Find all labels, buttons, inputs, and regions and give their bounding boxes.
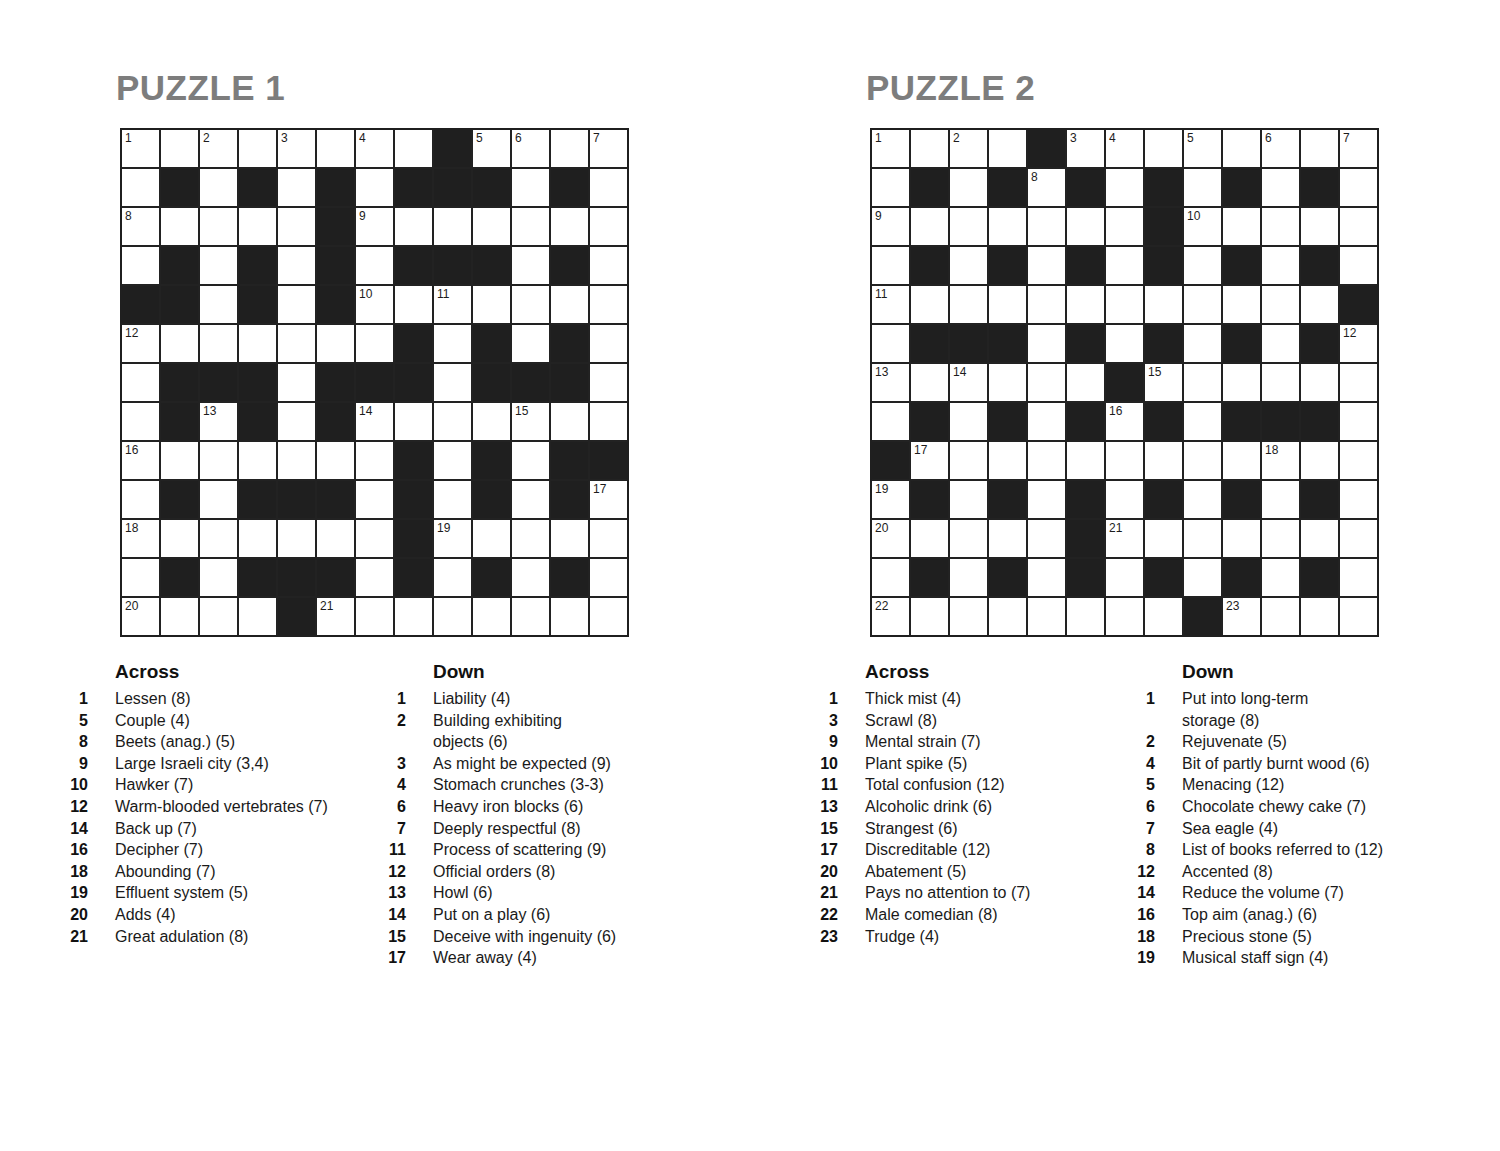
white-cell[interactable] [590, 247, 627, 284]
white-cell[interactable] [1028, 559, 1065, 596]
white-cell[interactable] [1184, 520, 1221, 557]
white-cell[interactable] [1223, 130, 1260, 167]
white-cell[interactable] [590, 403, 627, 440]
white-cell[interactable]: 18 [122, 520, 159, 557]
clue-number: 4 [372, 774, 406, 796]
white-cell[interactable] [122, 364, 159, 401]
white-cell[interactable]: 15 [512, 403, 549, 440]
white-cell[interactable]: 8 [1028, 169, 1065, 206]
white-cell[interactable] [989, 286, 1026, 323]
white-cell[interactable] [161, 520, 198, 557]
white-cell[interactable]: 2 [200, 130, 237, 167]
white-cell[interactable] [395, 130, 432, 167]
white-cell[interactable] [872, 403, 909, 440]
white-cell[interactable] [1262, 364, 1299, 401]
white-cell[interactable] [551, 208, 588, 245]
white-cell[interactable] [473, 208, 510, 245]
white-cell[interactable] [434, 481, 471, 518]
white-cell[interactable] [1340, 208, 1377, 245]
white-cell[interactable] [434, 325, 471, 362]
white-cell[interactable] [512, 208, 549, 245]
white-cell[interactable] [1028, 481, 1065, 518]
white-cell[interactable] [434, 442, 471, 479]
cell-number: 3 [1070, 131, 1077, 145]
clue-number: 1 [804, 688, 838, 710]
cell-number: 11 [875, 287, 887, 301]
white-cell[interactable] [950, 403, 987, 440]
white-cell[interactable] [1262, 247, 1299, 284]
white-cell[interactable] [161, 208, 198, 245]
white-cell[interactable] [989, 520, 1026, 557]
white-cell[interactable]: 16 [1106, 403, 1143, 440]
white-cell[interactable]: 6 [512, 130, 549, 167]
white-cell[interactable] [239, 442, 276, 479]
white-cell[interactable]: 6 [1262, 130, 1299, 167]
puzzle-1-across-list: Across 1Lessen (8)5Couple (4)8Beets (ana… [54, 661, 394, 947]
white-cell[interactable] [551, 598, 588, 635]
white-cell[interactable]: 4 [1106, 130, 1143, 167]
white-cell[interactable] [1184, 364, 1221, 401]
white-cell[interactable] [473, 520, 510, 557]
white-cell[interactable] [356, 325, 393, 362]
clue-row: 9Mental strain (7) [804, 731, 1144, 753]
white-cell[interactable] [1184, 247, 1221, 284]
white-cell[interactable] [356, 247, 393, 284]
white-cell[interactable] [122, 169, 159, 206]
white-cell[interactable] [200, 247, 237, 284]
white-cell[interactable] [161, 130, 198, 167]
white-cell[interactable] [872, 559, 909, 596]
white-cell[interactable] [473, 598, 510, 635]
white-cell[interactable] [473, 403, 510, 440]
white-cell[interactable]: 7 [1340, 130, 1377, 167]
white-cell[interactable] [1184, 169, 1221, 206]
white-cell[interactable] [1106, 286, 1143, 323]
white-cell[interactable] [1184, 481, 1221, 518]
white-cell[interactable] [278, 403, 315, 440]
white-cell[interactable] [989, 598, 1026, 635]
white-cell[interactable] [395, 208, 432, 245]
white-cell[interactable]: 21 [1106, 520, 1143, 557]
white-cell[interactable] [950, 286, 987, 323]
black-cell [1340, 286, 1377, 323]
white-cell[interactable] [1106, 559, 1143, 596]
white-cell[interactable] [1262, 559, 1299, 596]
white-cell[interactable] [590, 364, 627, 401]
white-cell[interactable] [200, 286, 237, 323]
white-cell[interactable] [1106, 208, 1143, 245]
white-cell[interactable] [551, 130, 588, 167]
black-cell [989, 247, 1026, 284]
white-cell[interactable]: 11 [872, 286, 909, 323]
white-cell[interactable] [551, 403, 588, 440]
white-cell[interactable] [950, 598, 987, 635]
white-cell[interactable] [911, 208, 948, 245]
white-cell[interactable] [551, 520, 588, 557]
white-cell[interactable] [1223, 208, 1260, 245]
white-cell[interactable]: 13 [872, 364, 909, 401]
white-cell[interactable] [395, 403, 432, 440]
white-cell[interactable] [1067, 208, 1104, 245]
white-cell[interactable] [1028, 598, 1065, 635]
white-cell[interactable] [356, 169, 393, 206]
clue-number: 19 [54, 882, 88, 904]
white-cell[interactable]: 13 [200, 403, 237, 440]
white-cell[interactable] [200, 325, 237, 362]
white-cell[interactable] [911, 520, 948, 557]
white-cell[interactable]: 12 [1340, 325, 1377, 362]
white-cell[interactable] [434, 403, 471, 440]
clue-number: 3 [372, 753, 406, 775]
clue-number: 1 [372, 688, 406, 710]
white-cell[interactable] [512, 598, 549, 635]
clue-text: Wear away (4) [433, 947, 537, 969]
white-cell[interactable] [434, 559, 471, 596]
cell-number: 4 [1109, 131, 1116, 145]
white-cell[interactable] [356, 520, 393, 557]
white-cell[interactable] [1067, 286, 1104, 323]
clue-text: Back up (7) [115, 818, 197, 840]
white-cell[interactable] [1106, 598, 1143, 635]
clue-number: 9 [54, 753, 88, 775]
white-cell[interactable] [278, 286, 315, 323]
white-cell[interactable]: 20 [122, 598, 159, 635]
white-cell[interactable]: 9 [356, 208, 393, 245]
white-cell[interactable] [950, 520, 987, 557]
white-cell[interactable]: 19 [434, 520, 471, 557]
white-cell[interactable] [512, 442, 549, 479]
white-cell[interactable] [356, 598, 393, 635]
white-cell[interactable] [1106, 481, 1143, 518]
white-cell[interactable] [239, 598, 276, 635]
white-cell[interactable] [122, 481, 159, 518]
white-cell[interactable] [1262, 325, 1299, 362]
white-cell[interactable]: 14 [356, 403, 393, 440]
clue-text: Abatement (5) [865, 861, 966, 883]
white-cell[interactable] [239, 325, 276, 362]
white-cell[interactable] [200, 520, 237, 557]
white-cell[interactable] [161, 442, 198, 479]
white-cell[interactable]: 19 [872, 481, 909, 518]
white-cell[interactable] [278, 208, 315, 245]
white-cell[interactable] [1145, 130, 1182, 167]
white-cell[interactable] [1184, 559, 1221, 596]
clue-text: Lessen (8) [115, 688, 191, 710]
white-cell[interactable]: 12 [122, 325, 159, 362]
clue-row: 16Top aim (anag.) (6) [1121, 904, 1461, 926]
white-cell[interactable] [1106, 247, 1143, 284]
white-cell[interactable] [590, 208, 627, 245]
white-cell[interactable] [950, 559, 987, 596]
clue-row: 13Alcoholic drink (6) [804, 796, 1144, 818]
white-cell[interactable] [950, 247, 987, 284]
white-cell[interactable] [1223, 442, 1260, 479]
clue-text: Process of scattering (9) [433, 839, 606, 861]
white-cell[interactable] [1301, 208, 1338, 245]
black-cell [911, 247, 948, 284]
white-cell[interactable] [1145, 442, 1182, 479]
white-cell[interactable] [200, 208, 237, 245]
white-cell[interactable]: 1 [122, 130, 159, 167]
white-cell[interactable] [911, 130, 948, 167]
white-cell[interactable]: 2 [950, 130, 987, 167]
white-cell[interactable] [911, 364, 948, 401]
white-cell[interactable] [1106, 442, 1143, 479]
clue-row: 8Beets (anag.) (5) [54, 731, 394, 753]
white-cell[interactable] [1262, 286, 1299, 323]
white-cell[interactable]: 11 [434, 286, 471, 323]
white-cell[interactable] [1301, 286, 1338, 323]
white-cell[interactable] [1028, 325, 1065, 362]
white-cell[interactable] [1262, 520, 1299, 557]
white-cell[interactable]: 10 [356, 286, 393, 323]
white-cell[interactable] [590, 598, 627, 635]
white-cell[interactable] [1145, 286, 1182, 323]
white-cell[interactable] [1145, 598, 1182, 635]
white-cell[interactable] [950, 169, 987, 206]
black-cell [434, 247, 471, 284]
clue-number: 20 [54, 904, 88, 926]
white-cell[interactable] [434, 208, 471, 245]
clue-row: 8List of books referred to (12) [1121, 839, 1461, 861]
white-cell[interactable] [512, 247, 549, 284]
white-cell[interactable] [1067, 442, 1104, 479]
white-cell[interactable] [1028, 286, 1065, 323]
white-cell[interactable] [1067, 364, 1104, 401]
white-cell[interactable] [1301, 520, 1338, 557]
white-cell[interactable] [1301, 598, 1338, 635]
white-cell[interactable] [1262, 208, 1299, 245]
white-cell[interactable] [1223, 286, 1260, 323]
white-cell[interactable] [512, 325, 549, 362]
white-cell[interactable]: 15 [1145, 364, 1182, 401]
white-cell[interactable] [278, 247, 315, 284]
white-cell[interactable] [1184, 286, 1221, 323]
white-cell[interactable] [1301, 130, 1338, 167]
white-cell[interactable]: 18 [1262, 442, 1299, 479]
cell-number: 1 [125, 131, 132, 145]
clue-text: Total confusion (12) [865, 774, 1005, 796]
white-cell[interactable] [1106, 169, 1143, 206]
white-cell[interactable] [1340, 169, 1377, 206]
clue-rows: 1Put into long-termstorage (8)2Rejuvenat… [1121, 688, 1461, 969]
white-cell[interactable] [872, 325, 909, 362]
white-cell[interactable] [278, 364, 315, 401]
cell-number: 14 [359, 404, 372, 418]
white-cell[interactable]: 9 [872, 208, 909, 245]
white-cell[interactable]: 17 [911, 442, 948, 479]
clue-number: 6 [372, 796, 406, 818]
clue-row: 15Strangest (6) [804, 818, 1144, 840]
white-cell[interactable] [200, 559, 237, 596]
white-cell[interactable] [1223, 364, 1260, 401]
white-cell[interactable]: 17 [590, 481, 627, 518]
white-cell[interactable] [200, 598, 237, 635]
white-cell[interactable] [1028, 247, 1065, 284]
cell-number: 13 [875, 365, 888, 379]
white-cell[interactable] [590, 325, 627, 362]
white-cell[interactable]: 10 [1184, 208, 1221, 245]
white-cell[interactable] [1184, 325, 1221, 362]
cell-number: 21 [1109, 521, 1122, 535]
clue-row: 11Total confusion (12) [804, 774, 1144, 796]
white-cell[interactable] [317, 520, 354, 557]
clue-row: 23Trudge (4) [804, 926, 1144, 948]
puzzle-1-down-list: Down 1Liability (4)2Building exhibitingo… [372, 661, 712, 969]
white-cell[interactable] [278, 520, 315, 557]
white-cell[interactable] [1301, 364, 1338, 401]
white-cell[interactable] [278, 325, 315, 362]
white-cell[interactable] [317, 442, 354, 479]
white-cell[interactable] [395, 286, 432, 323]
white-cell[interactable] [1028, 442, 1065, 479]
white-cell[interactable] [1340, 559, 1377, 596]
white-cell[interactable]: 5 [473, 130, 510, 167]
white-cell[interactable]: 3 [1067, 130, 1104, 167]
black-cell [161, 559, 198, 596]
white-cell[interactable]: 4 [356, 130, 393, 167]
white-cell[interactable]: 20 [872, 520, 909, 557]
black-cell [473, 169, 510, 206]
crossword-page: PUZZLE 1 PUZZLE 2 1234567891011121314151… [0, 0, 1500, 1151]
black-cell [356, 364, 393, 401]
white-cell[interactable] [1340, 481, 1377, 518]
white-cell[interactable] [1340, 403, 1377, 440]
white-cell[interactable] [911, 598, 948, 635]
white-cell[interactable] [1028, 364, 1065, 401]
black-cell [1067, 169, 1104, 206]
white-cell[interactable] [1223, 520, 1260, 557]
clue-text: Thick mist (4) [865, 688, 961, 710]
white-cell[interactable] [1145, 520, 1182, 557]
white-cell[interactable] [122, 247, 159, 284]
white-cell[interactable] [1028, 208, 1065, 245]
white-cell[interactable] [1106, 325, 1143, 362]
clue-row: 6Heavy iron blocks (6) [372, 796, 712, 818]
white-cell[interactable] [1262, 481, 1299, 518]
white-cell[interactable] [872, 169, 909, 206]
white-cell[interactable] [1262, 598, 1299, 635]
white-cell[interactable] [200, 169, 237, 206]
clue-text: Official orders (8) [433, 861, 555, 883]
white-cell[interactable] [512, 559, 549, 596]
white-cell[interactable] [200, 481, 237, 518]
white-cell[interactable] [1028, 520, 1065, 557]
black-cell [473, 442, 510, 479]
white-cell[interactable] [1340, 364, 1377, 401]
white-cell[interactable]: 3 [278, 130, 315, 167]
white-cell[interactable] [590, 520, 627, 557]
white-cell[interactable] [278, 169, 315, 206]
white-cell[interactable] [872, 247, 909, 284]
white-cell[interactable]: 7 [590, 130, 627, 167]
white-cell[interactable]: 23 [1223, 598, 1260, 635]
down-heading: Down [1182, 661, 1461, 683]
black-cell [1223, 325, 1260, 362]
white-cell[interactable]: 8 [122, 208, 159, 245]
clue-row: 7Deeply respectful (8) [372, 818, 712, 840]
white-cell[interactable] [239, 520, 276, 557]
clue-row: 16Decipher (7) [54, 839, 394, 861]
white-cell[interactable] [395, 598, 432, 635]
clue-number: 5 [54, 710, 88, 732]
white-cell[interactable]: 1 [872, 130, 909, 167]
white-cell[interactable] [989, 208, 1026, 245]
white-cell[interactable] [1340, 247, 1377, 284]
white-cell[interactable] [356, 559, 393, 596]
clue-text: Beets (anag.) (5) [115, 731, 235, 753]
white-cell[interactable] [950, 481, 987, 518]
black-cell [317, 559, 354, 596]
cell-number: 3 [281, 131, 288, 145]
white-cell[interactable] [1262, 169, 1299, 206]
white-cell[interactable] [239, 208, 276, 245]
white-cell[interactable] [239, 130, 276, 167]
clue-row: 21Pays no attention to (7) [804, 882, 1144, 904]
white-cell[interactable] [1184, 403, 1221, 440]
white-cell[interactable] [1184, 442, 1221, 479]
white-cell[interactable] [161, 325, 198, 362]
clue-number: 13 [804, 796, 838, 818]
white-cell[interactable]: 5 [1184, 130, 1221, 167]
white-cell[interactable] [512, 481, 549, 518]
white-cell[interactable] [911, 286, 948, 323]
white-cell[interactable] [200, 442, 237, 479]
white-cell[interactable] [512, 520, 549, 557]
white-cell[interactable] [512, 286, 549, 323]
white-cell[interactable] [356, 442, 393, 479]
white-cell[interactable] [434, 598, 471, 635]
white-cell[interactable] [950, 442, 987, 479]
white-cell[interactable] [989, 442, 1026, 479]
white-cell[interactable] [1340, 598, 1377, 635]
white-cell[interactable] [590, 169, 627, 206]
white-cell[interactable] [161, 598, 198, 635]
white-cell[interactable]: 22 [872, 598, 909, 635]
white-cell[interactable] [989, 130, 1026, 167]
white-cell[interactable] [1301, 442, 1338, 479]
white-cell[interactable] [590, 559, 627, 596]
black-cell [317, 169, 354, 206]
white-cell[interactable] [278, 442, 315, 479]
white-cell[interactable] [1340, 520, 1377, 557]
white-cell[interactable] [590, 286, 627, 323]
white-cell[interactable] [512, 169, 549, 206]
white-cell[interactable] [1067, 598, 1104, 635]
white-cell[interactable] [317, 130, 354, 167]
cell-number: 10 [1187, 209, 1200, 223]
white-cell[interactable] [1340, 442, 1377, 479]
white-cell[interactable] [122, 559, 159, 596]
white-cell[interactable]: 21 [317, 598, 354, 635]
white-cell[interactable] [317, 325, 354, 362]
white-cell[interactable] [356, 481, 393, 518]
black-cell [473, 481, 510, 518]
white-cell[interactable] [989, 364, 1026, 401]
black-cell [473, 325, 510, 362]
white-cell[interactable] [551, 286, 588, 323]
black-cell [1301, 559, 1338, 596]
clue-number: 15 [804, 818, 838, 840]
white-cell[interactable] [1028, 403, 1065, 440]
white-cell[interactable] [434, 364, 471, 401]
white-cell[interactable]: 16 [122, 442, 159, 479]
white-cell[interactable] [122, 403, 159, 440]
white-cell[interactable] [950, 208, 987, 245]
clue-number: 10 [804, 753, 838, 775]
white-cell[interactable]: 14 [950, 364, 987, 401]
white-cell[interactable] [473, 286, 510, 323]
